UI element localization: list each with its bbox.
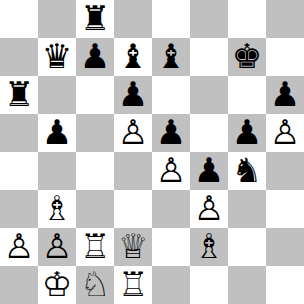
square-d3[interactable] [114, 190, 152, 228]
square-d6[interactable]: ♟ [114, 76, 152, 114]
square-f7[interactable] [190, 38, 228, 76]
piece-white-pawn: ♙ [42, 228, 72, 265]
square-e7[interactable]: ♝ [152, 38, 190, 76]
square-f4[interactable]: ♟ [190, 152, 228, 190]
square-f1[interactable] [190, 266, 228, 304]
piece-black-bishop: ♝ [156, 38, 186, 75]
square-a8[interactable] [0, 0, 38, 38]
piece-black-pawn: ♟ [194, 152, 224, 189]
square-c5[interactable] [76, 114, 114, 152]
square-a7[interactable] [0, 38, 38, 76]
piece-black-rook: ♜ [4, 76, 34, 113]
square-e3[interactable] [152, 190, 190, 228]
piece-black-rook: ♜ [80, 0, 110, 37]
piece-black-pawn: ♟ [118, 76, 148, 113]
piece-white-pawn: ♙ [156, 152, 186, 189]
square-c1[interactable]: ♘ [76, 266, 114, 304]
piece-black-pawn: ♟ [80, 38, 110, 75]
square-e2[interactable] [152, 228, 190, 266]
square-h6[interactable]: ♟ [266, 76, 304, 114]
square-e8[interactable] [152, 0, 190, 38]
square-g7[interactable]: ♚ [228, 38, 266, 76]
square-f2[interactable]: ♗ [190, 228, 228, 266]
square-d7[interactable]: ♝ [114, 38, 152, 76]
square-b1[interactable]: ♔ [38, 266, 76, 304]
square-h8[interactable] [266, 0, 304, 38]
square-g4[interactable]: ♞ [228, 152, 266, 190]
piece-white-rook: ♖ [118, 266, 148, 303]
piece-black-king: ♚ [232, 38, 262, 75]
square-h1[interactable] [266, 266, 304, 304]
square-h2[interactable] [266, 228, 304, 266]
piece-black-pawn: ♟ [42, 114, 72, 151]
square-h5[interactable]: ♙ [266, 114, 304, 152]
square-g3[interactable] [228, 190, 266, 228]
square-d8[interactable] [114, 0, 152, 38]
square-h7[interactable] [266, 38, 304, 76]
piece-white-pawn: ♙ [270, 114, 300, 151]
piece-white-queen: ♕ [118, 228, 148, 265]
piece-white-bishop: ♗ [42, 190, 72, 227]
square-e5[interactable]: ♟ [152, 114, 190, 152]
piece-white-pawn: ♙ [194, 190, 224, 227]
square-g2[interactable] [228, 228, 266, 266]
square-d5[interactable]: ♙ [114, 114, 152, 152]
square-b3[interactable]: ♗ [38, 190, 76, 228]
square-c3[interactable] [76, 190, 114, 228]
square-b5[interactable]: ♟ [38, 114, 76, 152]
square-g5[interactable]: ♟ [228, 114, 266, 152]
square-a1[interactable] [0, 266, 38, 304]
square-e1[interactable] [152, 266, 190, 304]
square-d1[interactable]: ♖ [114, 266, 152, 304]
piece-black-pawn: ♟ [156, 114, 186, 151]
piece-black-pawn: ♟ [270, 76, 300, 113]
square-g1[interactable] [228, 266, 266, 304]
square-f8[interactable] [190, 0, 228, 38]
square-c7[interactable]: ♟ [76, 38, 114, 76]
square-b6[interactable] [38, 76, 76, 114]
piece-white-rook: ♖ [80, 228, 110, 265]
square-c8[interactable]: ♜ [76, 0, 114, 38]
piece-white-knight: ♘ [80, 266, 110, 303]
square-g6[interactable] [228, 76, 266, 114]
square-f3[interactable]: ♙ [190, 190, 228, 228]
square-d4[interactable] [114, 152, 152, 190]
square-c2[interactable]: ♖ [76, 228, 114, 266]
square-b8[interactable] [38, 0, 76, 38]
piece-black-knight: ♞ [232, 152, 262, 189]
piece-black-pawn: ♟ [232, 114, 262, 151]
square-d2[interactable]: ♕ [114, 228, 152, 266]
piece-white-pawn: ♙ [118, 114, 148, 151]
square-f6[interactable] [190, 76, 228, 114]
piece-white-pawn: ♙ [4, 228, 34, 265]
piece-white-bishop: ♗ [194, 228, 224, 265]
square-e4[interactable]: ♙ [152, 152, 190, 190]
square-a6[interactable]: ♜ [0, 76, 38, 114]
square-e6[interactable] [152, 76, 190, 114]
chess-board: ♜♛♟♝♝♚♜♟♟♟♙♟♟♙♙♟♞♗♙♙♙♖♕♗♔♘♖ [0, 0, 304, 304]
square-a2[interactable]: ♙ [0, 228, 38, 266]
square-h4[interactable] [266, 152, 304, 190]
square-a5[interactable] [0, 114, 38, 152]
square-a3[interactable] [0, 190, 38, 228]
piece-white-king: ♔ [42, 266, 72, 303]
square-f5[interactable] [190, 114, 228, 152]
square-b4[interactable] [38, 152, 76, 190]
square-c4[interactable] [76, 152, 114, 190]
square-a4[interactable] [0, 152, 38, 190]
square-c6[interactable] [76, 76, 114, 114]
square-b2[interactable]: ♙ [38, 228, 76, 266]
piece-black-queen: ♛ [42, 38, 72, 75]
square-b7[interactable]: ♛ [38, 38, 76, 76]
square-g8[interactable] [228, 0, 266, 38]
square-h3[interactable] [266, 190, 304, 228]
piece-black-bishop: ♝ [118, 38, 148, 75]
